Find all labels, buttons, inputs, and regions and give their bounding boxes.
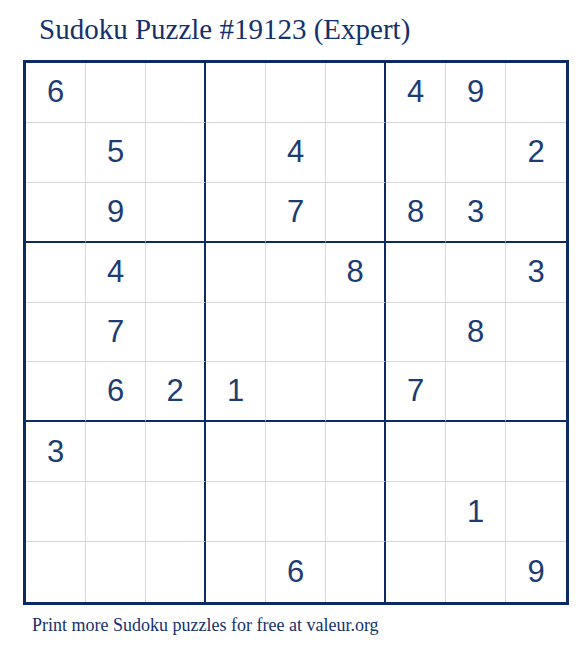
sudoku-cell-r3c7: 8	[386, 183, 446, 243]
sudoku-cell-r1c3	[146, 63, 206, 123]
sudoku-cell-r4c5	[266, 243, 326, 303]
sudoku-cell-r6c3: 2	[146, 362, 206, 422]
sudoku-cell-r9c2	[86, 542, 146, 602]
sudoku-cell-r3c8: 3	[446, 183, 506, 243]
sudoku-cell-r4c7	[386, 243, 446, 303]
sudoku-cell-r8c5	[266, 482, 326, 542]
sudoku-cell-r1c7: 4	[386, 63, 446, 123]
sudoku-cell-r7c2	[86, 422, 146, 482]
sudoku-cell-r2c2: 5	[86, 123, 146, 183]
sudoku-cell-r9c8	[446, 542, 506, 602]
sudoku-cell-r6c2: 6	[86, 362, 146, 422]
sudoku-board: 64954297834837862173169	[23, 60, 569, 605]
sudoku-cell-r6c1	[26, 362, 86, 422]
sudoku-cell-r1c8: 9	[446, 63, 506, 123]
sudoku-cell-r8c7	[386, 482, 446, 542]
sudoku-cell-r4c1	[26, 243, 86, 303]
sudoku-cell-r5c4	[206, 303, 266, 363]
sudoku-cell-r7c1: 3	[26, 422, 86, 482]
sudoku-cell-r2c3	[146, 123, 206, 183]
sudoku-cell-r8c2	[86, 482, 146, 542]
sudoku-cell-r9c5: 6	[266, 542, 326, 602]
sudoku-cell-r6c9	[506, 362, 566, 422]
sudoku-cell-r8c8: 1	[446, 482, 506, 542]
sudoku-cell-r5c8: 8	[446, 303, 506, 363]
sudoku-cell-r7c3	[146, 422, 206, 482]
sudoku-cell-r2c7	[386, 123, 446, 183]
sudoku-cell-r7c9	[506, 422, 566, 482]
sudoku-cell-r5c7	[386, 303, 446, 363]
page-title: Sudoku Puzzle #19123 (Expert)	[39, 13, 410, 46]
sudoku-cell-r5c3	[146, 303, 206, 363]
sudoku-cell-r6c5	[266, 362, 326, 422]
sudoku-cell-r1c1: 6	[26, 63, 86, 123]
sudoku-cell-r2c6	[326, 123, 386, 183]
sudoku-cell-r5c5	[266, 303, 326, 363]
sudoku-cell-r4c8	[446, 243, 506, 303]
sudoku-cell-r3c5: 7	[266, 183, 326, 243]
sudoku-cell-r2c5: 4	[266, 123, 326, 183]
sudoku-cell-r6c6	[326, 362, 386, 422]
sudoku-cell-r8c1	[26, 482, 86, 542]
sudoku-cell-r3c3	[146, 183, 206, 243]
sudoku-cell-r3c2: 9	[86, 183, 146, 243]
sudoku-cell-r9c3	[146, 542, 206, 602]
sudoku-cell-r3c6	[326, 183, 386, 243]
sudoku-cell-r1c5	[266, 63, 326, 123]
sudoku-cell-r7c7	[386, 422, 446, 482]
sudoku-cell-r9c7	[386, 542, 446, 602]
sudoku-cell-r3c9	[506, 183, 566, 243]
sudoku-cell-r1c4	[206, 63, 266, 123]
sudoku-cell-r9c1	[26, 542, 86, 602]
sudoku-cell-r6c8	[446, 362, 506, 422]
sudoku-printable-page: Sudoku Puzzle #19123 (Expert) 6495429783…	[0, 0, 580, 651]
sudoku-cell-r4c4	[206, 243, 266, 303]
sudoku-cell-r5c6	[326, 303, 386, 363]
sudoku-cell-r5c2: 7	[86, 303, 146, 363]
sudoku-cell-r6c4: 1	[206, 362, 266, 422]
sudoku-cell-r8c4	[206, 482, 266, 542]
sudoku-cell-r4c2: 4	[86, 243, 146, 303]
sudoku-cell-r1c9	[506, 63, 566, 123]
sudoku-cell-r5c1	[26, 303, 86, 363]
sudoku-cell-r7c5	[266, 422, 326, 482]
sudoku-cell-r9c6	[326, 542, 386, 602]
sudoku-cell-r2c8	[446, 123, 506, 183]
sudoku-cell-r3c1	[26, 183, 86, 243]
sudoku-cell-r8c9	[506, 482, 566, 542]
sudoku-cell-r1c6	[326, 63, 386, 123]
sudoku-cell-r4c9: 3	[506, 243, 566, 303]
footer-text: Print more Sudoku puzzles for free at va…	[32, 615, 379, 636]
sudoku-cell-r6c7: 7	[386, 362, 446, 422]
sudoku-cell-r9c9: 9	[506, 542, 566, 602]
sudoku-cell-r2c4	[206, 123, 266, 183]
sudoku-cell-r2c1	[26, 123, 86, 183]
sudoku-cell-r4c3	[146, 243, 206, 303]
sudoku-cell-r9c4	[206, 542, 266, 602]
sudoku-cell-r2c9: 2	[506, 123, 566, 183]
sudoku-cell-r7c6	[326, 422, 386, 482]
sudoku-cell-r7c4	[206, 422, 266, 482]
sudoku-cell-r8c3	[146, 482, 206, 542]
sudoku-cell-r8c6	[326, 482, 386, 542]
sudoku-cell-r1c2	[86, 63, 146, 123]
sudoku-cell-r7c8	[446, 422, 506, 482]
sudoku-cell-r4c6: 8	[326, 243, 386, 303]
sudoku-cell-r3c4	[206, 183, 266, 243]
sudoku-cell-r5c9	[506, 303, 566, 363]
